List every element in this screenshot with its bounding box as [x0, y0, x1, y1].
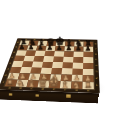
rank-labels-right: 87654321 — [94, 42, 99, 90]
chess-board: ♜♞♝♛♚♝♞♜♟♟♟♟♟♟♟♟♟♟♟♟♟♟♟♟♜♞♝♛♚♝♞♜ ABCDEFG… — [0, 38, 100, 93]
file-label: G — [75, 40, 84, 42]
file-label: H — [84, 40, 93, 42]
board-grid: ♜♞♝♛♚♝♞♜♟♟♟♟♟♟♟♟♟♟♟♟♟♟♟♟♜♞♝♛♚♝♞♜ — [5, 41, 94, 90]
square-f5 — [63, 57, 73, 63]
file-label: F — [66, 39, 75, 41]
board-frame: ♜♞♝♛♚♝♞♜♟♟♟♟♟♟♟♟♟♟♟♟♟♟♟♟♜♞♝♛♚♝♞♜ ABCDEFG… — [0, 38, 100, 93]
clasp-icon — [66, 94, 71, 98]
hinge-icon — [36, 94, 39, 97]
square-a1: ♜ — [5, 79, 18, 86]
hinge-icon — [9, 93, 12, 96]
rank-label: 1 — [95, 82, 99, 89]
chess-set-photo: ♜♞♝♛♚♝♞♜♟♟♟♟♟♟♟♟♟♟♟♟♟♟♟♟♜♞♝♛♚♝♞♜ ABCDEFG… — [0, 0, 120, 120]
file-label: E — [57, 39, 66, 41]
square-e5 — [53, 56, 64, 62]
square-h3 — [83, 69, 94, 76]
square-f2: ♟ — [61, 74, 72, 81]
